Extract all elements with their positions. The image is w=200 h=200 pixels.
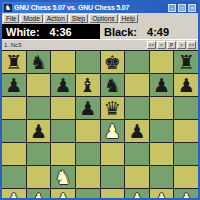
black-pawn: ♟ bbox=[30, 120, 47, 142]
black-clock-label: Black: bbox=[104, 26, 137, 38]
square-h3[interactable] bbox=[174, 166, 198, 188]
square-b7[interactable] bbox=[27, 74, 51, 96]
square-e5[interactable]: ♟ bbox=[101, 120, 125, 142]
white-pawn: ♟ bbox=[30, 189, 47, 198]
square-a4[interactable] bbox=[2, 143, 26, 165]
square-d7[interactable]: ♝ bbox=[76, 74, 100, 96]
status-bar: 1. Nc3 << < P > >> bbox=[2, 39, 198, 50]
square-c4[interactable] bbox=[51, 143, 75, 165]
square-e3[interactable] bbox=[101, 166, 125, 188]
square-c2[interactable]: ♟ bbox=[51, 189, 75, 198]
white-pawn: ♟ bbox=[55, 189, 72, 198]
black-clock: Black: 4:49 bbox=[100, 24, 198, 39]
white-pawn: ♟ bbox=[128, 189, 145, 198]
square-b8[interactable]: ♞ bbox=[27, 51, 51, 73]
square-b6[interactable] bbox=[27, 97, 51, 119]
square-h6[interactable] bbox=[174, 97, 198, 119]
white-pawn: ♟ bbox=[5, 189, 22, 198]
square-b2[interactable]: ♟ bbox=[27, 189, 51, 198]
white-clock-label: White: bbox=[6, 26, 40, 38]
square-d4[interactable] bbox=[76, 143, 100, 165]
menu-file[interactable]: File bbox=[3, 14, 19, 23]
square-a3[interactable] bbox=[2, 166, 26, 188]
square-a8[interactable]: ♜ bbox=[2, 51, 26, 73]
square-f2[interactable]: ♟ bbox=[125, 189, 149, 198]
square-g6[interactable] bbox=[150, 97, 174, 119]
black-pawn: ♟ bbox=[5, 74, 22, 96]
step-back-button[interactable]: < bbox=[157, 41, 166, 49]
maximize-button[interactable]: □ bbox=[178, 4, 186, 12]
black-pawn: ♟ bbox=[128, 120, 145, 142]
rewind-to-start-button[interactable]: << bbox=[147, 41, 156, 49]
menu-action[interactable]: Action bbox=[44, 14, 68, 23]
title-bar: ♞ GNU Chess 5.07 vs. GNU Chess 5.07 – □ … bbox=[2, 2, 198, 13]
square-e7[interactable]: ♞ bbox=[101, 74, 125, 96]
black-knight: ♞ bbox=[104, 74, 121, 96]
black-king: ♚ bbox=[104, 51, 121, 73]
pause-button[interactable]: P bbox=[167, 41, 176, 49]
square-c6[interactable] bbox=[51, 97, 75, 119]
square-d2[interactable] bbox=[76, 189, 100, 198]
square-a5[interactable] bbox=[2, 120, 26, 142]
close-button[interactable]: ✕ bbox=[188, 4, 196, 12]
black-queen: ♛ bbox=[104, 97, 121, 119]
square-d8[interactable] bbox=[76, 51, 100, 73]
square-h5[interactable] bbox=[174, 120, 198, 142]
black-pawn: ♟ bbox=[79, 97, 96, 119]
step-forward-button[interactable]: > bbox=[177, 41, 186, 49]
black-rook: ♜ bbox=[5, 51, 22, 73]
move-message: 1. Nc3 bbox=[4, 42, 146, 48]
square-b3[interactable] bbox=[27, 166, 51, 188]
square-d3[interactable] bbox=[76, 166, 100, 188]
menu-options[interactable]: Options bbox=[89, 14, 117, 23]
black-rook: ♜ bbox=[178, 51, 195, 73]
square-g7[interactable]: ♟ bbox=[150, 74, 174, 96]
square-g5[interactable] bbox=[150, 120, 174, 142]
square-e4[interactable] bbox=[101, 143, 125, 165]
white-pawn: ♟ bbox=[104, 120, 121, 142]
square-f7[interactable] bbox=[125, 74, 149, 96]
chess-app-window: ♞ GNU Chess 5.07 vs. GNU Chess 5.07 – □ … bbox=[0, 0, 200, 200]
square-d6[interactable]: ♟ bbox=[76, 97, 100, 119]
square-a7[interactable]: ♟ bbox=[2, 74, 26, 96]
square-h2[interactable]: ♟ bbox=[174, 189, 198, 198]
black-pawn: ♟ bbox=[55, 74, 72, 96]
square-g4[interactable] bbox=[150, 143, 174, 165]
black-pawn: ♟ bbox=[178, 74, 195, 96]
square-g2[interactable]: ♟ bbox=[150, 189, 174, 198]
square-c5[interactable] bbox=[51, 120, 75, 142]
black-clock-time: 4:49 bbox=[147, 26, 169, 38]
square-a6[interactable] bbox=[2, 97, 26, 119]
chess-board: ♜♞♚♜♟♟♝♞♟♟♟♛♟♟♟♞♟♟♟♟♟♟ bbox=[2, 50, 198, 198]
square-e2[interactable] bbox=[101, 189, 125, 198]
clock-row: White: 4:36 Black: 4:49 bbox=[2, 24, 198, 39]
square-h4[interactable] bbox=[174, 143, 198, 165]
white-pawn: ♟ bbox=[153, 189, 170, 198]
square-c3[interactable]: ♞ bbox=[51, 166, 75, 188]
menu-mode[interactable]: Mode bbox=[20, 14, 42, 23]
white-clock: White: 4:36 bbox=[2, 24, 100, 39]
black-pawn: ♟ bbox=[153, 74, 170, 96]
white-clock-time: 4:36 bbox=[50, 26, 72, 38]
square-b4[interactable] bbox=[27, 143, 51, 165]
square-f4[interactable] bbox=[125, 143, 149, 165]
square-b5[interactable]: ♟ bbox=[27, 120, 51, 142]
square-g3[interactable] bbox=[150, 166, 174, 188]
square-e8[interactable]: ♚ bbox=[101, 51, 125, 73]
menu-help[interactable]: Help bbox=[119, 14, 138, 23]
square-f8[interactable] bbox=[125, 51, 149, 73]
square-c7[interactable]: ♟ bbox=[51, 74, 75, 96]
square-a2[interactable]: ♟ bbox=[2, 189, 26, 198]
square-f5[interactable]: ♟ bbox=[125, 120, 149, 142]
menu-step[interactable]: Step bbox=[69, 14, 88, 23]
square-c8[interactable] bbox=[51, 51, 75, 73]
window-title: GNU Chess 5.07 vs. GNU Chess 5.07 bbox=[14, 4, 166, 11]
square-g8[interactable] bbox=[150, 51, 174, 73]
square-f3[interactable] bbox=[125, 166, 149, 188]
fast-forward-button[interactable]: >> bbox=[187, 41, 196, 49]
menu-bar: File Mode Action Step Options Help bbox=[2, 13, 198, 24]
minimize-button[interactable]: – bbox=[168, 4, 176, 12]
square-h7[interactable]: ♟ bbox=[174, 74, 198, 96]
white-pawn: ♟ bbox=[178, 189, 195, 198]
square-e6[interactable]: ♛ bbox=[101, 97, 125, 119]
square-f6[interactable] bbox=[125, 97, 149, 119]
square-h8[interactable]: ♜ bbox=[174, 51, 198, 73]
black-bishop: ♝ bbox=[79, 74, 96, 96]
knight-app-icon: ♞ bbox=[4, 4, 12, 12]
white-knight: ♞ bbox=[55, 166, 72, 188]
square-d5[interactable] bbox=[76, 120, 100, 142]
black-knight: ♞ bbox=[30, 51, 47, 73]
